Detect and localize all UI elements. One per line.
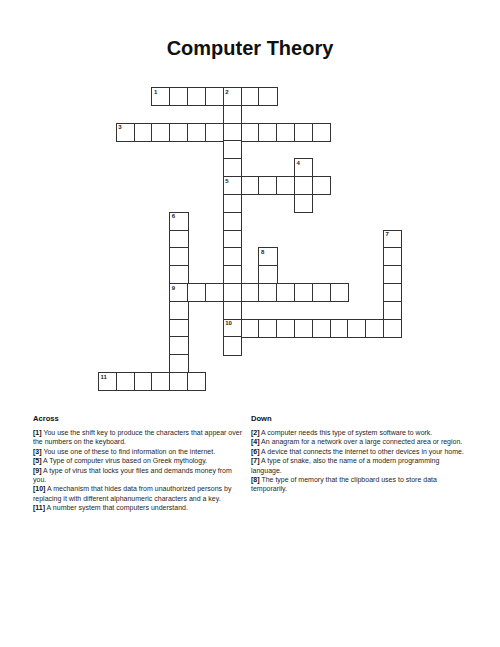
grid-cell[interactable] [151, 123, 170, 142]
grid-cell[interactable] [258, 283, 277, 302]
clue-down-6: [6] A device that connects the internet … [251, 447, 469, 456]
grid-cell[interactable] [276, 283, 295, 302]
clue-down-8: [8] The type of memory that the clipboar… [251, 475, 469, 494]
clue-number: 10 [225, 320, 232, 327]
grid-cell[interactable] [187, 87, 206, 106]
grid-cell[interactable] [241, 283, 260, 302]
grid-cell[interactable] [294, 123, 313, 142]
grid-cell[interactable] [169, 123, 188, 142]
grid-cell[interactable] [330, 283, 349, 302]
clue-across-11: [11] A number system that computers unde… [33, 503, 246, 512]
clue-across-5: [5] A Type of computer virus based on Gr… [33, 456, 246, 465]
clue-number-label: [2] [251, 429, 260, 436]
grid-cell[interactable] [383, 319, 402, 338]
grid-cell[interactable] [169, 87, 188, 106]
grid-cell[interactable]: 8 [258, 247, 277, 266]
grid-cell[interactable] [223, 212, 242, 231]
grid-cell[interactable] [205, 123, 224, 142]
clue-number-label: [7] [251, 457, 260, 464]
grid-cell[interactable] [258, 176, 277, 195]
clue-number: 6 [172, 213, 175, 220]
grid-cell[interactable] [169, 336, 188, 355]
clue-across-9: [9] A type of virus that locks your file… [33, 466, 246, 485]
clue-down-7: [7] A type of snake, also the name of a … [251, 456, 469, 475]
grid-cell[interactable] [223, 140, 242, 159]
grid-cell[interactable] [294, 176, 313, 195]
clue-number: 4 [297, 160, 300, 167]
clue-number: 1 [154, 89, 157, 96]
grid-cell[interactable] [312, 319, 331, 338]
grid-cell[interactable] [258, 87, 277, 106]
grid-cell[interactable]: 2 [223, 87, 242, 106]
clue-number: 5 [225, 178, 228, 185]
grid-cell[interactable] [276, 176, 295, 195]
grid-cell[interactable] [205, 283, 224, 302]
grid-cell[interactable] [169, 354, 188, 373]
across-clues-list: [1] You use the shift key to produce the… [33, 428, 246, 513]
grid-cell[interactable] [258, 265, 277, 284]
down-clues-list: [2] A computer needs this type of system… [251, 428, 469, 494]
across-clues-section: Across [1] You use the shift key to prod… [33, 414, 246, 513]
grid-cell[interactable] [383, 265, 402, 284]
grid-cell[interactable] [241, 176, 260, 195]
grid-cell[interactable]: 9 [169, 283, 188, 302]
grid-cell[interactable] [383, 283, 402, 302]
down-clues-section: Down [2] A computer needs this type of s… [251, 414, 469, 494]
grid-cell[interactable] [169, 247, 188, 266]
grid-cell[interactable] [241, 319, 260, 338]
clue-number: 9 [172, 285, 175, 292]
clue-number-label: [9] [33, 467, 42, 474]
clue-number: 3 [118, 124, 121, 131]
grid-cell[interactable]: 3 [116, 123, 135, 142]
grid-cell[interactable] [169, 319, 188, 338]
clue-number: 7 [386, 231, 389, 238]
grid-cell[interactable] [294, 194, 313, 213]
clue-number: 8 [261, 249, 264, 256]
grid-cell[interactable] [169, 230, 188, 249]
crossword-page: Computer Theory 1234567891011 Across [1]… [0, 0, 500, 647]
clue-number-label: [1] [33, 429, 42, 436]
grid-cell[interactable] [294, 319, 313, 338]
grid-cell[interactable] [151, 372, 170, 391]
clue-number-label: [6] [251, 448, 260, 455]
grid-cell[interactable] [223, 230, 242, 249]
grid-cell[interactable] [187, 123, 206, 142]
grid-cell[interactable] [187, 372, 206, 391]
grid-cell[interactable] [294, 283, 313, 302]
grid-cell[interactable] [134, 372, 153, 391]
grid-cell[interactable] [223, 301, 242, 320]
clue-number-label: [3] [33, 448, 42, 455]
grid-cell[interactable] [241, 87, 260, 106]
grid-cell[interactable]: 11 [98, 372, 117, 391]
grid-cell[interactable] [223, 283, 242, 302]
grid-cell[interactable] [258, 123, 277, 142]
puzzle-title: Computer Theory [0, 38, 500, 59]
grid-cell[interactable] [223, 105, 242, 124]
grid-cell[interactable] [223, 194, 242, 213]
clue-across-1: [1] You use the shift key to produce the… [33, 428, 246, 447]
grid-cell[interactable]: 4 [294, 158, 313, 177]
grid-cell[interactable] [134, 123, 153, 142]
clue-number: 11 [101, 374, 107, 381]
grid-cell[interactable] [330, 319, 349, 338]
clue-down-4: [4] An anagram for a network over a larg… [251, 437, 469, 446]
clue-number-label: [4] [251, 438, 260, 445]
grid-cell[interactable]: 7 [383, 230, 402, 249]
across-heading: Across [33, 414, 246, 423]
clue-number-label: [10] [33, 485, 45, 492]
grid-cell[interactable] [187, 283, 206, 302]
grid-cell[interactable] [223, 336, 242, 355]
grid-cell[interactable] [169, 301, 188, 320]
grid-cell[interactable] [312, 176, 331, 195]
clue-number-label: [5] [33, 457, 42, 464]
grid-cell[interactable] [169, 372, 188, 391]
grid-cell[interactable] [383, 247, 402, 266]
clue-number: 2 [225, 89, 228, 96]
grid-cell[interactable] [223, 265, 242, 284]
grid-cell[interactable] [205, 87, 224, 106]
grid-cell[interactable] [347, 319, 366, 338]
grid-cell[interactable]: 5 [223, 176, 242, 195]
grid-cell[interactable] [276, 319, 295, 338]
grid-cell[interactable] [241, 123, 260, 142]
grid-cell[interactable] [312, 123, 331, 142]
grid-cell[interactable] [169, 265, 188, 284]
grid-cell[interactable]: 6 [169, 212, 188, 231]
clue-across-10: [10] A mechanism that hides data from un… [33, 484, 246, 503]
clue-number-label: [11] [33, 504, 45, 511]
grid-cell[interactable] [312, 283, 331, 302]
grid-cell[interactable] [258, 319, 277, 338]
down-heading: Down [251, 414, 469, 423]
clue-down-2: [2] A computer needs this type of system… [251, 428, 469, 437]
clue-across-3: [3] You use one of these to find informa… [33, 447, 246, 456]
grid-cell[interactable] [365, 319, 384, 338]
crossword-grid: 1234567891011 [98, 87, 403, 392]
grid-cell[interactable] [223, 123, 242, 142]
grid-cell[interactable] [383, 301, 402, 320]
clue-number-label: [8] [251, 476, 260, 483]
grid-cell[interactable]: 1 [151, 87, 170, 106]
grid-cell[interactable] [223, 247, 242, 266]
grid-cell[interactable] [223, 158, 242, 177]
grid-cell[interactable] [276, 123, 295, 142]
grid-cell[interactable]: 10 [223, 319, 242, 338]
grid-cell[interactable] [116, 372, 135, 391]
